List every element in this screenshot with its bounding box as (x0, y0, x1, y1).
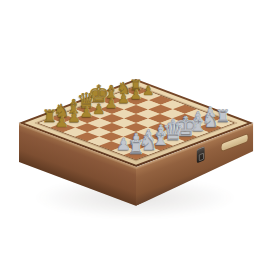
brand-plaque (222, 134, 248, 151)
latch-icon (197, 146, 205, 163)
piece-gold-pawn: ♟ (55, 114, 69, 129)
product-photo: ♜♞♝♛♚♝♞♜♟♟♟♟♟♟♟♟♟♟♟♟♟♟♟♟♜♞♝♛♚♝♞♜ (0, 0, 260, 260)
piece-gold-pawn: ♟ (105, 97, 117, 111)
chess-set-scene: ♜♞♝♛♚♝♞♜♟♟♟♟♟♟♟♟♟♟♟♟♟♟♟♟♜♞♝♛♚♝♞♜ (0, 0, 260, 260)
piece-silver-rook: ♜ (127, 138, 144, 157)
piece-gold-pawn: ♟ (93, 101, 106, 115)
piece-gold-pawn: ♟ (80, 106, 93, 121)
piece-gold-pawn: ♟ (130, 88, 142, 101)
piece-gold-pawn: ♟ (67, 110, 80, 125)
piece-gold-pawn: ♟ (118, 92, 130, 106)
piece-gold-pawn: ♟ (143, 84, 155, 97)
